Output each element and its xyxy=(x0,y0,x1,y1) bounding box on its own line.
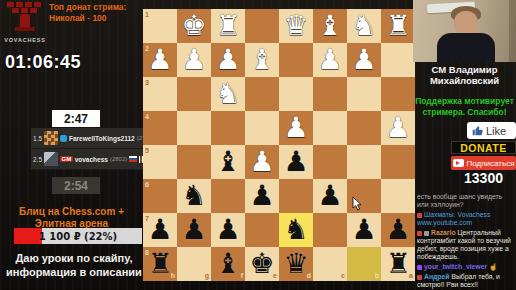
square-h4[interactable]: 4 xyxy=(143,111,177,145)
square-e2[interactable]: ♝ xyxy=(245,43,279,77)
square-e7[interactable] xyxy=(245,213,279,247)
piece-white-R-a1[interactable]: ♜ xyxy=(385,9,410,43)
piece-white-Q-d1[interactable]: ♛ xyxy=(283,9,308,43)
square-a5[interactable] xyxy=(381,145,415,179)
subscriber-count: 13300 xyxy=(451,170,516,186)
square-d8[interactable]: d♛ xyxy=(279,247,313,281)
square-h7[interactable]: 7♟ xyxy=(143,213,177,247)
chat-username[interactable]: Андрей xyxy=(424,273,449,280)
chat-badge-icon xyxy=(417,231,422,236)
donate-button[interactable]: DONATE xyxy=(451,141,516,154)
webcam-video xyxy=(413,0,516,62)
piece-white-P-g2[interactable]: ♟ xyxy=(181,43,206,77)
streamer-name: СМ Владимир Михайловский xyxy=(413,64,516,86)
square-e4[interactable] xyxy=(245,111,279,145)
chat-text: ☝ xyxy=(489,263,498,270)
channel-logo-icon xyxy=(4,2,46,35)
square-d4[interactable]: ♟ xyxy=(279,111,313,145)
square-c8[interactable]: c xyxy=(313,247,347,281)
white-player-clock: 2:47 xyxy=(52,110,100,127)
lessons-info: Даю уроки по скайпу, информация в описан… xyxy=(0,252,148,279)
like-button-label: Like xyxy=(486,125,506,137)
square-e5[interactable]: ♟ xyxy=(245,145,279,179)
square-h1[interactable]: 1 xyxy=(143,9,177,43)
square-e8[interactable]: e♚ xyxy=(245,247,279,281)
chat-username[interactable]: Razario xyxy=(431,229,456,236)
square-c6[interactable]: ♟ xyxy=(313,179,347,213)
file-label: b xyxy=(375,272,379,279)
square-d3[interactable] xyxy=(279,77,313,111)
file-label: c xyxy=(341,272,345,279)
square-b3[interactable] xyxy=(347,77,381,111)
stream-frame: VOVACHESS Топ донат стрима: Николай - 10… xyxy=(0,0,516,290)
square-a8[interactable]: a♜ xyxy=(381,247,415,281)
like-button[interactable]: Like xyxy=(467,122,516,139)
players-list: 1.5FarewellToKings2112(2723)2.5GMvovache… xyxy=(31,128,143,170)
square-f7[interactable]: ♟ xyxy=(211,213,245,247)
piece-black-P-c6[interactable]: ♟ xyxy=(317,179,342,213)
thumbs-up-icon xyxy=(472,125,483,136)
rank-label: 3 xyxy=(145,79,149,86)
flag-ru-icon xyxy=(129,156,137,162)
match-score: 1.5 xyxy=(33,135,42,142)
piece-black-P-a7[interactable]: ♟ xyxy=(385,213,410,247)
square-f3[interactable]: ♞ xyxy=(211,77,245,111)
rank-label: 7 xyxy=(145,215,149,222)
square-h5[interactable]: 5 xyxy=(143,145,177,179)
square-g7[interactable]: ♟ xyxy=(177,213,211,247)
square-e1[interactable] xyxy=(245,9,279,43)
chat-panel[interactable]: есть вообще шанс увидеть или хэллоуин?Ша… xyxy=(417,193,514,290)
mouse-cursor-icon xyxy=(352,197,362,211)
chat-badge-icon xyxy=(417,275,422,280)
square-b7[interactable]: ♟ xyxy=(347,213,381,247)
event-title-line1: Блиц на Chess.com + xyxy=(0,206,143,218)
chat-badge-icon xyxy=(417,265,422,270)
lessons-info-line1: Даю уроки по скайпу, xyxy=(0,252,148,266)
piece-white-N-b1[interactable]: ♞ xyxy=(351,9,376,43)
square-g6[interactable]: ♞ xyxy=(177,179,211,213)
piece-white-P-a4[interactable]: ♟ xyxy=(385,111,410,145)
square-h6[interactable]: 6 xyxy=(143,179,177,213)
piece-black-R-h8[interactable]: ♜ xyxy=(147,247,172,281)
support-message-line1: Поддержка мотивирует xyxy=(413,96,516,107)
support-message: Поддержка мотивирует стримера. Спасибо! xyxy=(413,96,516,117)
streamer-torso xyxy=(437,33,495,62)
piece-black-P-f7[interactable]: ♟ xyxy=(215,213,240,247)
square-c7[interactable] xyxy=(313,213,347,247)
channel-logo-text: VOVACHESS xyxy=(2,37,48,43)
chat-message: АндрейВыбрал тебя, и смотрю!! Рви всех!! xyxy=(417,273,514,289)
piece-black-R-a8[interactable]: ♜ xyxy=(385,247,410,281)
square-f8[interactable]: f♝ xyxy=(211,247,245,281)
piece-white-N-f3[interactable]: ♞ xyxy=(215,77,240,111)
rank-label: 8 xyxy=(145,249,149,256)
piece-black-B-f5[interactable]: ♝ xyxy=(215,145,240,179)
support-message-line2: стримера. Спасибо! xyxy=(413,107,516,118)
square-g2[interactable]: ♟ xyxy=(177,43,211,77)
square-d1[interactable]: ♛ xyxy=(279,9,313,43)
file-label: d xyxy=(307,272,311,279)
avatar xyxy=(44,131,58,145)
rank-label: 6 xyxy=(145,181,149,188)
donation-goal-text: 1 100 ₽ (22%) xyxy=(14,228,142,244)
square-a7[interactable]: ♟ xyxy=(381,213,415,247)
match-score: 2.5 xyxy=(33,156,42,163)
file-label: h xyxy=(171,272,175,279)
file-label: g xyxy=(205,272,209,279)
square-g5[interactable] xyxy=(177,145,211,179)
square-d5[interactable]: ♟ xyxy=(279,145,313,179)
square-b1[interactable]: ♞ xyxy=(347,9,381,43)
piece-white-P-b2[interactable]: ♟ xyxy=(351,43,376,77)
chat-text: есть вообще шанс увидеть или хэллоуин? xyxy=(417,193,502,208)
file-label: f xyxy=(241,272,243,279)
piece-white-K-g1[interactable]: ♚ xyxy=(181,9,206,43)
logo-brick xyxy=(12,8,38,13)
piece-black-P-e6[interactable]: ♟ xyxy=(249,179,274,213)
square-h3[interactable]: 3 xyxy=(143,77,177,111)
piece-white-P-c2[interactable]: ♟ xyxy=(317,43,342,77)
square-h2[interactable]: 2♟ xyxy=(143,43,177,77)
piece-black-N-g6[interactable]: ♞ xyxy=(181,179,206,213)
donation-goal-bar: 1 100 ₽ (22%) xyxy=(14,228,142,244)
square-d7[interactable]: ♞ xyxy=(279,213,313,247)
chat-badge-icon xyxy=(417,213,422,218)
square-f5[interactable]: ♝ xyxy=(211,145,245,179)
chat-text: Шахматы. Vovachess www.youtube.com xyxy=(417,211,490,226)
rank-label: 2 xyxy=(145,45,149,52)
lessons-info-line2: информация в описании xyxy=(0,266,148,280)
square-b5[interactable] xyxy=(347,145,381,179)
player-name[interactable]: vovachess xyxy=(75,156,108,163)
piece-black-K-e8[interactable]: ♚ xyxy=(249,247,274,281)
chat-badge-icon xyxy=(424,231,429,236)
logo-piece xyxy=(20,14,30,27)
webcam-background-edge xyxy=(509,0,516,62)
rank-label: 1 xyxy=(145,11,149,18)
square-e6[interactable]: ♟ xyxy=(245,179,279,213)
event-title: Блиц на Chess.com + Элитная арена xyxy=(0,206,143,229)
title-badge: GM xyxy=(60,156,73,162)
streamer-name-line1: СМ Владимир xyxy=(413,64,516,75)
piece-black-P-h7[interactable]: ♟ xyxy=(147,213,172,247)
square-f4[interactable] xyxy=(211,111,245,145)
square-h8[interactable]: 8h♜ xyxy=(143,247,177,281)
chat-message: RazarioЦентральный контргамбит какой то … xyxy=(417,229,514,261)
square-f6[interactable] xyxy=(211,179,245,213)
piece-black-B-f8[interactable]: ♝ xyxy=(215,247,240,281)
square-d6[interactable] xyxy=(279,179,313,213)
donate-button-label: DONATE xyxy=(460,142,507,154)
piece-white-P-h2[interactable]: ♟ xyxy=(147,43,172,77)
square-a6[interactable] xyxy=(381,179,415,213)
player-name[interactable]: FarewellToKings2112 xyxy=(69,135,135,142)
chess-board: 1♚♜♛♝♞♜2♟♟♟♝♟♟3♞4♟♟5♝♟♟6♞♟♟7♟♟♟♞♟♟8h♜gf♝… xyxy=(143,9,415,281)
square-b4[interactable] xyxy=(347,111,381,145)
top-donation-label: Топ донат стрима: xyxy=(49,2,126,13)
subscribe-button-label: Подписаться xyxy=(467,159,515,168)
square-e3[interactable] xyxy=(245,77,279,111)
piece-white-B-c1[interactable]: ♝ xyxy=(317,9,342,43)
top-donation: Топ донат стрима: Николай - 100 xyxy=(49,2,126,23)
square-f2[interactable]: ♟ xyxy=(211,43,245,77)
piece-black-P-g7[interactable]: ♟ xyxy=(181,213,206,247)
player-row-vovachess: 2.5GMvovachess(2802) xyxy=(31,149,143,170)
flair-icon xyxy=(60,135,67,142)
piece-white-P-f2[interactable]: ♟ xyxy=(215,43,240,77)
player-rating: (2802) xyxy=(110,156,127,162)
square-c5[interactable] xyxy=(313,145,347,179)
piece-black-P-d5[interactable]: ♟ xyxy=(283,145,308,179)
chat-message: есть вообще шанс увидеть или хэллоуин? xyxy=(417,193,514,209)
square-a2[interactable] xyxy=(381,43,415,77)
logo-base xyxy=(15,27,35,31)
streamer-name-line2: Михайловский xyxy=(413,75,516,86)
square-d2[interactable] xyxy=(279,43,313,77)
logo-brick xyxy=(7,2,43,7)
file-label: a xyxy=(409,272,413,279)
avatar xyxy=(44,152,58,166)
piece-white-R-f1[interactable]: ♜ xyxy=(215,9,240,43)
square-c1[interactable]: ♝ xyxy=(313,9,347,43)
square-f1[interactable]: ♜ xyxy=(211,9,245,43)
square-g4[interactable] xyxy=(177,111,211,145)
square-g8[interactable]: g xyxy=(177,247,211,281)
square-b2[interactable]: ♟ xyxy=(347,43,381,77)
chat-username[interactable]: your_twitch_viewer xyxy=(424,263,487,270)
rank-label: 4 xyxy=(145,113,149,120)
rank-label: 5 xyxy=(145,147,149,154)
piece-black-Q-d8[interactable]: ♛ xyxy=(283,247,308,281)
chat-message: your_twitch_viewer☝ xyxy=(417,263,514,271)
square-b8[interactable]: b xyxy=(347,247,381,281)
youtube-play-icon xyxy=(453,159,464,167)
square-a4[interactable]: ♟ xyxy=(381,111,415,145)
black-player-clock: 2:54 xyxy=(52,177,100,194)
channel-logo: VOVACHESS xyxy=(2,1,48,43)
square-c4[interactable] xyxy=(313,111,347,145)
piece-white-P-d4[interactable]: ♟ xyxy=(283,111,308,145)
subscribe-button[interactable]: Подписаться xyxy=(451,156,516,170)
top-donation-value: Николай - 100 xyxy=(49,13,126,24)
square-c2[interactable]: ♟ xyxy=(313,43,347,77)
square-a3[interactable] xyxy=(381,77,415,111)
chat-message[interactable]: Шахматы. Vovachess www.youtube.com xyxy=(417,211,514,227)
player-row-FarewellToKings2112: 1.5FarewellToKings2112(2723) xyxy=(31,128,143,149)
square-a1[interactable]: ♜ xyxy=(381,9,415,43)
piece-black-N-d7[interactable]: ♞ xyxy=(283,213,308,247)
square-g1[interactable]: ♚ xyxy=(177,9,211,43)
piece-white-B-e2[interactable]: ♝ xyxy=(249,43,274,77)
piece-black-P-b7[interactable]: ♟ xyxy=(351,213,376,247)
square-g3[interactable] xyxy=(177,77,211,111)
file-label: e xyxy=(273,272,277,279)
square-c3[interactable] xyxy=(313,77,347,111)
piece-white-P-e5[interactable]: ♟ xyxy=(249,145,274,179)
stream-timer: 01:06:45 xyxy=(5,52,81,73)
